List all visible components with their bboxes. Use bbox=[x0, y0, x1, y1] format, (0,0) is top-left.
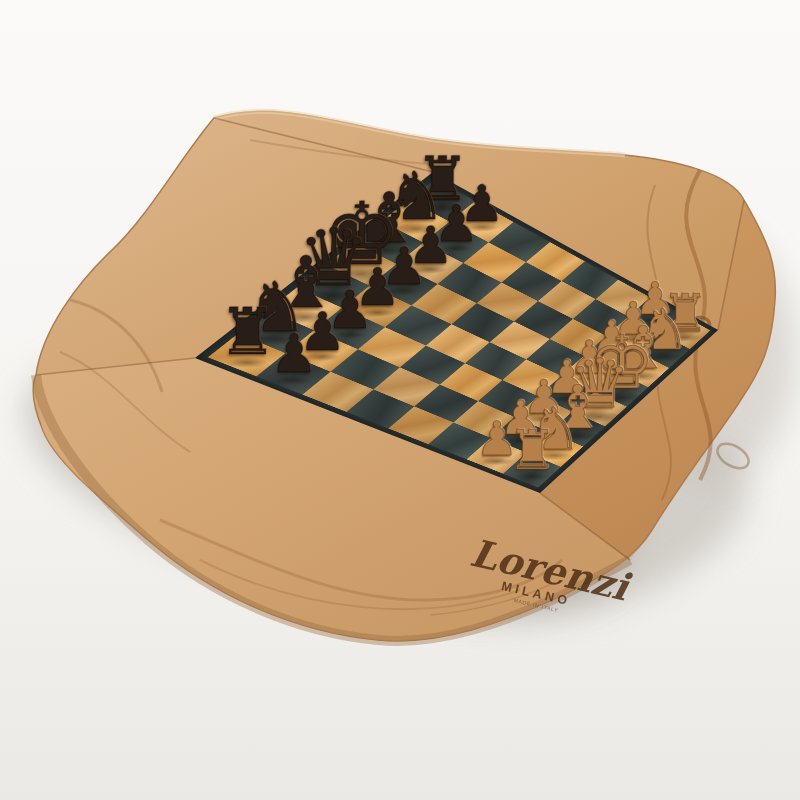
scene: Lorenzi MILANO MADE IN ITALY ♜♞♝♛♚♝♞♜♟♟♟… bbox=[0, 0, 800, 800]
wood-knot bbox=[713, 439, 752, 473]
